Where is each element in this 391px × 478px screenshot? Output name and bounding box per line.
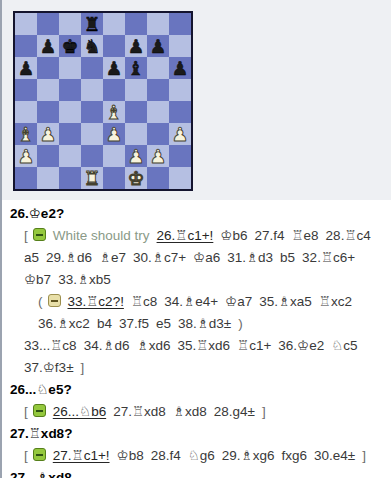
square-b4[interactable]	[37, 101, 59, 123]
move-variation[interactable]: 32.♖c6+	[302, 250, 355, 265]
move-variation[interactable]: 28.f4	[151, 448, 181, 463]
square-c8[interactable]	[59, 13, 81, 35]
move-variation[interactable]: 35.♗xa5	[259, 294, 312, 309]
square-e2[interactable]	[103, 145, 125, 167]
white-pawn-a2[interactable]: ♟	[17, 145, 34, 167]
square-h7[interactable]	[169, 35, 191, 57]
square-b3[interactable]: ♟	[37, 123, 59, 145]
white-pawn-h3[interactable]: ♟	[171, 123, 188, 145]
notation-line: 27...♗xd8	[10, 467, 391, 478]
black-pawn-a6[interactable]: ♟	[17, 57, 34, 79]
square-h4[interactable]	[169, 101, 191, 123]
move-variation[interactable]: 33.♗xb5	[58, 272, 111, 287]
square-f4[interactable]	[125, 101, 147, 123]
move-variation[interactable]: 31.♗d3	[227, 250, 273, 265]
black-king-c7[interactable]: ♚	[61, 35, 78, 57]
bracket: ]	[362, 448, 366, 463]
white-bishop-e4[interactable]: ♝	[105, 101, 122, 123]
comment-text: White should try	[53, 228, 150, 243]
square-g6[interactable]	[147, 57, 169, 79]
move-variation[interactable]: b5	[280, 250, 295, 265]
square-e4[interactable]: ♝	[103, 101, 125, 123]
move-link[interactable]: 27.♖c1+!	[53, 448, 110, 463]
move-variation[interactable]: ♖c1+	[237, 338, 271, 353]
square-e8[interactable]	[103, 13, 125, 35]
square-g5[interactable]	[147, 79, 169, 101]
square-b2[interactable]	[37, 145, 59, 167]
notation-line: ♔b733.♗xb5	[10, 269, 391, 291]
square-d2[interactable]	[81, 145, 103, 167]
notation-line: (33.♖c2?!♖c834.♗e4+♔a735.♗xa5♖xc2	[10, 291, 391, 313]
square-d1[interactable]: ♜	[81, 167, 103, 189]
square-c3[interactable]	[59, 123, 81, 145]
square-g7[interactable]: ♟	[147, 35, 169, 57]
square-b7[interactable]: ♟	[37, 35, 59, 57]
move-variation[interactable]: b4	[97, 316, 112, 331]
move-variation[interactable]: ♖c8	[131, 294, 157, 309]
square-a4[interactable]	[15, 101, 37, 123]
black-pawn-h6[interactable]: ♟	[171, 57, 188, 79]
move-mainline[interactable]: 26...♘e5?	[10, 382, 72, 397]
move-variation[interactable]: 34.♗e4+	[164, 294, 218, 309]
square-c2[interactable]	[59, 145, 81, 167]
move-variation[interactable]: ♖e8	[291, 228, 318, 243]
move-variation[interactable]: ♘g6	[188, 448, 215, 463]
square-g2[interactable]: ♟	[147, 145, 169, 167]
white-pawn-b3[interactable]: ♟	[39, 123, 56, 145]
square-c6[interactable]	[59, 57, 81, 79]
bracket: ]	[262, 404, 266, 419]
notation-line: [27.♖c1+!♔b828.f4♘g629.♗xg6fxg630.e4±]	[10, 445, 391, 467]
square-b8[interactable]	[37, 13, 59, 35]
move-variation[interactable]: ♔b7	[24, 272, 51, 287]
black-rook-d8[interactable]: ♜	[83, 13, 100, 35]
square-a1[interactable]	[15, 167, 37, 189]
annotation-icon-green-minus	[33, 404, 46, 417]
notation-line: 27.♖xd8?	[10, 423, 391, 445]
move-variation[interactable]: ♔a6	[193, 250, 220, 265]
move-variation[interactable]: 27.f4	[254, 228, 284, 243]
square-c5[interactable]	[59, 79, 81, 101]
square-h2[interactable]	[169, 145, 191, 167]
annotation-icon-green-minus	[33, 448, 46, 461]
notation-line: 26...♘e5?	[10, 379, 391, 401]
square-e7[interactable]	[103, 35, 125, 57]
square-a3[interactable]: ♝	[15, 123, 37, 145]
move-link[interactable]: 33.♖c2?!	[68, 294, 124, 309]
move-variation[interactable]: 28.♖c4	[326, 228, 371, 243]
square-h6[interactable]: ♟	[169, 57, 191, 79]
square-f2[interactable]: ♟	[125, 145, 147, 167]
square-a5[interactable]	[15, 79, 37, 101]
square-h1[interactable]	[169, 167, 191, 189]
move-variation[interactable]: fxg6	[281, 448, 307, 463]
square-d6[interactable]	[81, 57, 103, 79]
square-a6[interactable]: ♟	[15, 57, 37, 79]
move-variation[interactable]: 38.♗d3±	[178, 316, 231, 331]
bracket: [	[24, 404, 28, 419]
move-variation[interactable]: 29.♗d6	[46, 250, 92, 265]
square-b1[interactable]	[37, 167, 59, 189]
square-f1[interactable]: ♚	[125, 167, 147, 189]
square-e3[interactable]: ♟	[103, 123, 125, 145]
bracket: (	[38, 294, 43, 309]
move-variation[interactable]: 27.♖xd8	[113, 404, 166, 419]
black-bishop-f6[interactable]: ♝	[127, 57, 144, 79]
square-c1[interactable]	[59, 167, 81, 189]
square-a2[interactable]: ♟	[15, 145, 37, 167]
move-variation[interactable]: 30.e4±	[314, 448, 355, 463]
move-variation[interactable]: e5	[156, 316, 171, 331]
move-variation[interactable]: 37.♔f3±	[24, 360, 74, 375]
white-pawn-g2[interactable]: ♟	[149, 145, 166, 167]
move-link[interactable]: 26...♘b6	[53, 404, 106, 419]
bracket: [	[24, 448, 28, 463]
square-d8[interactable]: ♜	[81, 13, 103, 35]
square-e5[interactable]	[103, 79, 125, 101]
move-variation[interactable]: 33...♖c8	[24, 338, 77, 353]
square-f6[interactable]: ♝	[125, 57, 147, 79]
square-g3[interactable]	[147, 123, 169, 145]
black-pawn-f7[interactable]: ♟	[127, 35, 144, 57]
square-f5[interactable]	[125, 79, 147, 101]
move-variation[interactable]: ♔b6	[220, 228, 247, 243]
square-d3[interactable]	[81, 123, 103, 145]
white-rook-d1[interactable]: ♜	[83, 167, 100, 189]
black-pawn-b7[interactable]: ♟	[39, 35, 56, 57]
square-a8[interactable]	[15, 13, 37, 35]
move-variation[interactable]: 34.♗d6	[84, 338, 130, 353]
square-h8[interactable]	[169, 13, 191, 35]
square-b5[interactable]	[37, 79, 59, 101]
square-a7[interactable]	[15, 35, 37, 57]
move-variation[interactable]: ♘c5	[331, 338, 357, 353]
square-d4[interactable]	[81, 101, 103, 123]
square-e6[interactable]: ♟	[103, 57, 125, 79]
move-variation[interactable]: 28.g4±	[214, 404, 255, 419]
bracket: [	[24, 228, 28, 243]
notation-line: 33...♖c834.♗d6♗xd635.♖xd6♖c1+36.♔e2♘c5	[10, 335, 391, 357]
white-bishop-a3[interactable]: ♝	[17, 123, 34, 145]
notation-line: [26...♘b627.♖xd8♗xd828.g4±]	[10, 401, 391, 423]
black-pawn-e6[interactable]: ♟	[105, 57, 122, 79]
square-h5[interactable]	[169, 79, 191, 101]
notation-line: a529.♗d6♗e730.♗c7+♔a631.♗d3b532.♖c6+	[10, 247, 391, 269]
white-pawn-f2[interactable]: ♟	[127, 145, 144, 167]
square-f8[interactable]	[125, 13, 147, 35]
annotation-icon-yellow-minus	[48, 294, 61, 307]
square-c7[interactable]: ♚	[59, 35, 81, 57]
move-variation[interactable]: ♔a7	[225, 294, 252, 309]
square-d5[interactable]	[81, 79, 103, 101]
notation-pane[interactable]: 26.♔e2?[White should try26.♖c1+!♔b627.f4…	[2, 200, 391, 478]
move-mainline[interactable]: 27.♖xd8?	[10, 426, 72, 441]
notation-line: 37.♔f3±]	[10, 357, 391, 379]
move-variation[interactable]: ♗xd6	[137, 338, 171, 353]
move-mainline[interactable]: 26.♔e2?	[10, 206, 64, 221]
notation-line: 26.♔e2?	[10, 203, 391, 225]
black-knight-d7[interactable]: ♞	[83, 35, 100, 57]
board-panel: ♜♟♚♞♟♟♟♟♝♟♝♝♟♟♟♟♟♟♜♚	[2, 0, 391, 200]
white-pawn-e3[interactable]: ♟	[105, 123, 122, 145]
move-variation[interactable]: 36.♗xc2	[38, 316, 90, 331]
square-f3[interactable]	[125, 123, 147, 145]
move-link[interactable]: 26.♖c1+!	[157, 228, 214, 243]
square-e1[interactable]	[103, 167, 125, 189]
move-variation[interactable]: ♖xc2	[319, 294, 352, 309]
white-king-f1[interactable]: ♚	[127, 167, 144, 189]
square-g4[interactable]	[147, 101, 169, 123]
move-variation[interactable]: a5	[24, 250, 39, 265]
square-f7[interactable]: ♟	[125, 35, 147, 57]
bracket: ]	[81, 360, 85, 375]
square-c4[interactable]	[59, 101, 81, 123]
move-variation[interactable]: ♗xd8	[173, 404, 207, 419]
move-variation[interactable]: ♔b8	[117, 448, 144, 463]
notation-line: 36.♗xc2b437.f5e538.♗d3±)	[10, 313, 391, 335]
black-pawn-g7[interactable]: ♟	[149, 35, 166, 57]
square-h3[interactable]: ♟	[169, 123, 191, 145]
annotation-icon-green-minus	[33, 228, 46, 241]
move-variation[interactable]: 29.♗xg6	[222, 448, 275, 463]
move-variation[interactable]: 37.f5	[119, 316, 149, 331]
square-g8[interactable]	[147, 13, 169, 35]
move-variation[interactable]: 35.♖xd6	[177, 338, 230, 353]
move-mainline[interactable]: 27...♗xd8	[10, 470, 72, 478]
square-b6[interactable]	[37, 57, 59, 79]
chess-board: ♜♟♚♞♟♟♟♟♝♟♝♝♟♟♟♟♟♟♜♚	[13, 11, 193, 191]
square-d7[interactable]: ♞	[81, 35, 103, 57]
move-variation[interactable]: 30.♗c7+	[133, 250, 186, 265]
bracket: )	[238, 316, 243, 331]
square-g1[interactable]	[147, 167, 169, 189]
notation-line: [White should try26.♖c1+!♔b627.f4♖e828.♖…	[10, 225, 391, 247]
move-variation[interactable]: ♗e7	[99, 250, 126, 265]
move-variation[interactable]: 36.♔e2	[278, 338, 324, 353]
